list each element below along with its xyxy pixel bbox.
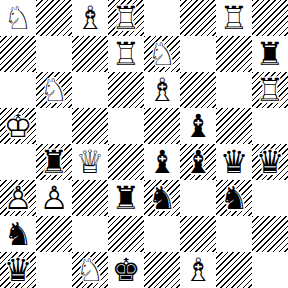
square-h3[interactable] [252, 180, 288, 216]
black-rook-glyph: ♜ [252, 36, 288, 72]
square-a1[interactable]: ♛♛ [0, 252, 36, 288]
square-h1[interactable] [252, 252, 288, 288]
white-knight-piece: ♞♘ [0, 0, 36, 36]
square-a7[interactable] [0, 36, 36, 72]
square-c6[interactable] [72, 72, 108, 108]
white-rook-glyph: ♖ [108, 36, 144, 72]
square-f6[interactable] [180, 72, 216, 108]
square-b2[interactable] [36, 216, 72, 252]
square-a8[interactable]: ♞♘ [0, 0, 36, 36]
white-pawn-glyph: ♙ [0, 180, 36, 216]
black-rook-glyph: ♜ [108, 180, 144, 216]
square-e8[interactable] [144, 0, 180, 36]
black-rook-glyph: ♜ [36, 144, 72, 180]
white-rook-glyph: ♖ [252, 72, 288, 108]
square-g5[interactable] [216, 108, 252, 144]
square-h6[interactable]: ♜♖ [252, 72, 288, 108]
square-c8[interactable]: ♝♗ [72, 0, 108, 36]
square-h2[interactable] [252, 216, 288, 252]
square-a3[interactable]: ♟♙ [0, 180, 36, 216]
chess-board: ♞♘♝♗♜♖♜♖♜♖♞♘♜♜♞♘♝♗♜♖♚♔♝♝♜♜♛♕♝♝♝♝♛♛♛♛♟♙♟♙… [0, 0, 288, 288]
square-b5[interactable] [36, 108, 72, 144]
square-e3[interactable]: ♞♞ [144, 180, 180, 216]
black-knight-piece: ♞♞ [216, 180, 252, 216]
black-queen-piece: ♛♛ [216, 144, 252, 180]
square-g4[interactable]: ♛♛ [216, 144, 252, 180]
square-d1[interactable]: ♚♚ [108, 252, 144, 288]
square-a6[interactable] [0, 72, 36, 108]
white-knight-glyph: ♘ [72, 252, 108, 288]
square-c2[interactable] [72, 216, 108, 252]
square-g6[interactable] [216, 72, 252, 108]
square-b3[interactable]: ♟♙ [36, 180, 72, 216]
square-c3[interactable] [72, 180, 108, 216]
white-knight-piece: ♞♘ [36, 72, 72, 108]
square-e4[interactable]: ♝♝ [144, 144, 180, 180]
square-d7[interactable]: ♜♖ [108, 36, 144, 72]
square-g1[interactable] [216, 252, 252, 288]
white-bishop-piece: ♝♗ [72, 0, 108, 36]
square-e7[interactable]: ♞♘ [144, 36, 180, 72]
black-queen-glyph: ♛ [0, 252, 36, 288]
white-queen-glyph: ♕ [72, 144, 108, 180]
square-h5[interactable] [252, 108, 288, 144]
square-b8[interactable] [36, 0, 72, 36]
black-bishop-glyph: ♝ [180, 108, 216, 144]
square-g3[interactable]: ♞♞ [216, 180, 252, 216]
white-bishop-piece: ♝♗ [144, 72, 180, 108]
square-d5[interactable] [108, 108, 144, 144]
black-bishop-glyph: ♝ [180, 144, 216, 180]
white-rook-piece: ♜♖ [108, 36, 144, 72]
square-a2[interactable]: ♞♞ [0, 216, 36, 252]
black-bishop-piece: ♝♝ [180, 108, 216, 144]
square-g2[interactable] [216, 216, 252, 252]
black-queen-glyph: ♛ [216, 144, 252, 180]
square-h8[interactable] [252, 0, 288, 36]
black-bishop-piece: ♝♝ [144, 144, 180, 180]
white-king-glyph: ♔ [0, 108, 36, 144]
white-pawn-piece: ♟♙ [0, 180, 36, 216]
square-b6[interactable]: ♞♘ [36, 72, 72, 108]
square-f4[interactable]: ♝♝ [180, 144, 216, 180]
square-f8[interactable] [180, 0, 216, 36]
black-rook-piece: ♜♜ [108, 180, 144, 216]
white-rook-piece: ♜♖ [216, 0, 252, 36]
black-queen-glyph: ♛ [252, 144, 288, 180]
square-e5[interactable] [144, 108, 180, 144]
black-knight-glyph: ♞ [144, 180, 180, 216]
square-f2[interactable] [180, 216, 216, 252]
square-b4[interactable]: ♜♜ [36, 144, 72, 180]
square-g8[interactable]: ♜♖ [216, 0, 252, 36]
white-knight-piece: ♞♘ [144, 36, 180, 72]
black-knight-glyph: ♞ [0, 216, 36, 252]
square-h4[interactable]: ♛♛ [252, 144, 288, 180]
white-knight-glyph: ♘ [0, 0, 36, 36]
square-a5[interactable]: ♚♔ [0, 108, 36, 144]
black-rook-piece: ♜♜ [252, 36, 288, 72]
white-rook-piece: ♜♖ [252, 72, 288, 108]
square-d4[interactable] [108, 144, 144, 180]
white-bishop-piece: ♝♗ [180, 252, 216, 288]
square-c5[interactable] [72, 108, 108, 144]
white-rook-piece: ♜♖ [108, 0, 144, 36]
white-knight-glyph: ♘ [36, 72, 72, 108]
square-d3[interactable]: ♜♜ [108, 180, 144, 216]
square-b7[interactable] [36, 36, 72, 72]
square-b1[interactable] [36, 252, 72, 288]
white-queen-piece: ♛♕ [72, 144, 108, 180]
black-knight-piece: ♞♞ [144, 180, 180, 216]
square-e1[interactable] [144, 252, 180, 288]
square-e2[interactable] [144, 216, 180, 252]
black-knight-glyph: ♞ [216, 180, 252, 216]
square-e6[interactable]: ♝♗ [144, 72, 180, 108]
white-rook-glyph: ♖ [216, 0, 252, 36]
white-pawn-piece: ♟♙ [36, 180, 72, 216]
white-bishop-glyph: ♗ [72, 0, 108, 36]
square-d2[interactable] [108, 216, 144, 252]
white-knight-glyph: ♘ [144, 36, 180, 72]
white-bishop-glyph: ♗ [180, 252, 216, 288]
square-d8[interactable]: ♜♖ [108, 0, 144, 36]
square-a4[interactable] [0, 144, 36, 180]
square-c7[interactable] [72, 36, 108, 72]
square-g7[interactable] [216, 36, 252, 72]
black-queen-piece: ♛♛ [0, 252, 36, 288]
white-bishop-glyph: ♗ [144, 72, 180, 108]
square-c1[interactable]: ♞♘ [72, 252, 108, 288]
black-king-glyph: ♚ [108, 252, 144, 288]
square-h7[interactable]: ♜♜ [252, 36, 288, 72]
white-knight-piece: ♞♘ [72, 252, 108, 288]
square-f5[interactable]: ♝♝ [180, 108, 216, 144]
square-f3[interactable] [180, 180, 216, 216]
square-d6[interactable] [108, 72, 144, 108]
black-knight-piece: ♞♞ [0, 216, 36, 252]
black-queen-piece: ♛♛ [252, 144, 288, 180]
white-rook-glyph: ♖ [108, 0, 144, 36]
square-f7[interactable] [180, 36, 216, 72]
square-f1[interactable]: ♝♗ [180, 252, 216, 288]
black-bishop-piece: ♝♝ [180, 144, 216, 180]
white-pawn-glyph: ♙ [36, 180, 72, 216]
black-king-piece: ♚♚ [108, 252, 144, 288]
black-rook-piece: ♜♜ [36, 144, 72, 180]
black-bishop-glyph: ♝ [144, 144, 180, 180]
white-king-piece: ♚♔ [0, 108, 36, 144]
square-c4[interactable]: ♛♕ [72, 144, 108, 180]
